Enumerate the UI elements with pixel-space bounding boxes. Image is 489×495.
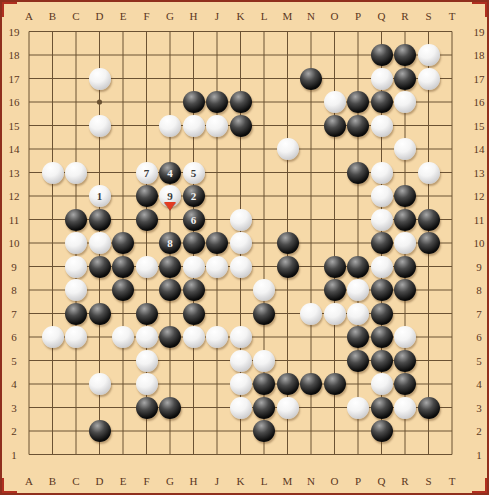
white-stone-H6 xyxy=(183,326,205,348)
column-label-top-P: P xyxy=(355,11,361,22)
white-stone-L8 xyxy=(253,279,275,301)
black-stone-E9 xyxy=(112,256,134,278)
white-stone-M14 xyxy=(277,138,299,160)
row-label-left-14: 14 xyxy=(9,144,20,155)
row-label-right-2: 2 xyxy=(476,426,482,437)
black-stone-K16 xyxy=(230,91,252,113)
black-stone-C7 xyxy=(65,303,87,325)
column-label-top-A: A xyxy=(25,11,33,22)
column-label-bottom-P: P xyxy=(355,476,361,487)
black-stone-S3 xyxy=(418,397,440,419)
column-label-top-T: T xyxy=(449,11,456,22)
column-label-bottom-Q: Q xyxy=(378,476,386,487)
white-stone-O16 xyxy=(324,91,346,113)
column-label-bottom-N: N xyxy=(307,476,315,487)
row-label-right-8: 8 xyxy=(476,285,482,296)
white-stone-K11 xyxy=(230,209,252,231)
column-label-top-F: F xyxy=(143,11,149,22)
white-stone-K9 xyxy=(230,256,252,278)
black-stone-J16 xyxy=(206,91,228,113)
white-stone-C9 xyxy=(65,256,87,278)
black-stone-L7 xyxy=(253,303,275,325)
row-label-left-15: 15 xyxy=(9,120,20,131)
black-stone-Q3 xyxy=(371,397,393,419)
white-stone-Q17 xyxy=(371,68,393,90)
black-stone-R12 xyxy=(394,185,416,207)
white-stone-S13 xyxy=(418,162,440,184)
column-label-top-H: H xyxy=(190,11,198,22)
white-stone-E6 xyxy=(112,326,134,348)
black-stone-F7 xyxy=(136,303,158,325)
column-label-top-M: M xyxy=(283,11,293,22)
move-number-8: 8 xyxy=(167,237,173,249)
move-number-5: 5 xyxy=(191,167,197,179)
black-stone-P13 xyxy=(347,162,369,184)
row-label-right-15: 15 xyxy=(474,120,485,131)
black-stone-G6 xyxy=(159,326,181,348)
black-stone-R8 xyxy=(394,279,416,301)
row-label-right-5: 5 xyxy=(476,355,482,366)
black-stone-Q5 xyxy=(371,350,393,372)
black-stone-F11 xyxy=(136,209,158,231)
row-label-right-4: 4 xyxy=(476,379,482,390)
column-label-top-K: K xyxy=(237,11,245,22)
column-label-top-B: B xyxy=(49,11,56,22)
black-stone-H16 xyxy=(183,91,205,113)
row-label-left-19: 19 xyxy=(9,26,20,37)
white-stone-B13 xyxy=(42,162,64,184)
last-move-marker-icon xyxy=(164,202,176,210)
black-stone-P5 xyxy=(347,350,369,372)
row-label-left-12: 12 xyxy=(9,191,20,202)
row-label-right-6: 6 xyxy=(476,332,482,343)
white-stone-O7 xyxy=(324,303,346,325)
white-stone-J9 xyxy=(206,256,228,278)
black-stone-J10 xyxy=(206,232,228,254)
black-stone-R9 xyxy=(394,256,416,278)
white-stone-Q11 xyxy=(371,209,393,231)
black-stone-D11 xyxy=(89,209,111,231)
black-stone-P15 xyxy=(347,115,369,137)
white-stone-B6 xyxy=(42,326,64,348)
black-stone-G9 xyxy=(159,256,181,278)
black-stone-H7 xyxy=(183,303,205,325)
white-stone-K10 xyxy=(230,232,252,254)
black-stone-Q10 xyxy=(371,232,393,254)
black-stone-P6 xyxy=(347,326,369,348)
row-label-right-3: 3 xyxy=(476,402,482,413)
black-stone-H12: 2 xyxy=(183,185,205,207)
black-stone-E8 xyxy=(112,279,134,301)
column-label-bottom-F: F xyxy=(143,476,149,487)
row-label-left-17: 17 xyxy=(9,73,20,84)
white-stone-Q4 xyxy=(371,373,393,395)
column-label-bottom-L: L xyxy=(261,476,268,487)
row-label-left-10: 10 xyxy=(9,238,20,249)
row-label-right-13: 13 xyxy=(474,167,485,178)
black-stone-G10: 8 xyxy=(159,232,181,254)
black-stone-Q16 xyxy=(371,91,393,113)
white-stone-D17 xyxy=(89,68,111,90)
row-label-right-1: 1 xyxy=(476,449,482,460)
black-stone-D7 xyxy=(89,303,111,325)
black-stone-H10 xyxy=(183,232,205,254)
white-stone-R6 xyxy=(394,326,416,348)
black-stone-L4 xyxy=(253,373,275,395)
white-stone-K5 xyxy=(230,350,252,372)
white-stone-J6 xyxy=(206,326,228,348)
column-label-top-Q: Q xyxy=(378,11,386,22)
white-stone-H9 xyxy=(183,256,205,278)
black-stone-D9 xyxy=(89,256,111,278)
white-stone-C8 xyxy=(65,279,87,301)
black-stone-O9 xyxy=(324,256,346,278)
row-label-right-17: 17 xyxy=(474,73,485,84)
column-label-bottom-T: T xyxy=(449,476,456,487)
white-stone-H15 xyxy=(183,115,205,137)
row-label-left-11: 11 xyxy=(9,214,20,225)
black-stone-M4 xyxy=(277,373,299,395)
column-label-top-S: S xyxy=(425,11,431,22)
column-label-top-G: G xyxy=(166,11,174,22)
white-stone-P7 xyxy=(347,303,369,325)
column-label-bottom-R: R xyxy=(401,476,408,487)
column-label-top-C: C xyxy=(72,11,79,22)
move-number-2: 2 xyxy=(191,190,197,202)
row-label-right-11: 11 xyxy=(474,214,485,225)
row-label-right-12: 12 xyxy=(474,191,485,202)
row-label-left-1: 1 xyxy=(11,449,17,460)
black-stone-L3 xyxy=(253,397,275,419)
black-stone-E10 xyxy=(112,232,134,254)
row-label-right-7: 7 xyxy=(476,308,482,319)
column-label-top-D: D xyxy=(96,11,104,22)
column-label-top-O: O xyxy=(331,11,339,22)
white-stone-M3 xyxy=(277,397,299,419)
move-number-7: 7 xyxy=(144,167,150,179)
row-label-right-9: 9 xyxy=(476,261,482,272)
column-label-bottom-K: K xyxy=(237,476,245,487)
white-stone-F6 xyxy=(136,326,158,348)
row-label-left-4: 4 xyxy=(11,379,17,390)
black-stone-L2 xyxy=(253,420,275,442)
white-stone-C10 xyxy=(65,232,87,254)
row-label-right-18: 18 xyxy=(474,50,485,61)
white-stone-K4 xyxy=(230,373,252,395)
black-stone-S10 xyxy=(418,232,440,254)
black-stone-Q2 xyxy=(371,420,393,442)
white-stone-G15 xyxy=(159,115,181,137)
row-label-left-8: 8 xyxy=(11,285,17,296)
row-label-left-6: 6 xyxy=(11,332,17,343)
row-label-left-13: 13 xyxy=(9,167,20,178)
move-number-9: 9 xyxy=(167,190,173,202)
black-stone-G13: 4 xyxy=(159,162,181,184)
column-label-bottom-S: S xyxy=(425,476,431,487)
column-label-bottom-D: D xyxy=(96,476,104,487)
black-stone-G8 xyxy=(159,279,181,301)
black-stone-M10 xyxy=(277,232,299,254)
hoshi-point xyxy=(97,99,102,104)
black-stone-Q6 xyxy=(371,326,393,348)
white-stone-R16 xyxy=(394,91,416,113)
row-label-left-9: 9 xyxy=(11,261,17,272)
black-stone-G3 xyxy=(159,397,181,419)
row-label-left-5: 5 xyxy=(11,355,17,366)
column-label-bottom-H: H xyxy=(190,476,198,487)
white-stone-P8 xyxy=(347,279,369,301)
row-label-left-7: 7 xyxy=(11,308,17,319)
white-stone-D4 xyxy=(89,373,111,395)
white-stone-R10 xyxy=(394,232,416,254)
white-stone-Q13 xyxy=(371,162,393,184)
white-stone-N7 xyxy=(300,303,322,325)
black-stone-R17 xyxy=(394,68,416,90)
black-stone-M9 xyxy=(277,256,299,278)
white-stone-H13: 5 xyxy=(183,162,205,184)
move-number-1: 1 xyxy=(97,190,103,202)
white-stone-S17 xyxy=(418,68,440,90)
column-label-top-R: R xyxy=(401,11,408,22)
black-stone-N4 xyxy=(300,373,322,395)
black-stone-N17 xyxy=(300,68,322,90)
black-stone-D2 xyxy=(89,420,111,442)
column-label-bottom-C: C xyxy=(72,476,79,487)
black-stone-H11: 6 xyxy=(183,209,205,231)
white-stone-P3 xyxy=(347,397,369,419)
white-stone-R3 xyxy=(394,397,416,419)
white-stone-F13: 7 xyxy=(136,162,158,184)
black-stone-O4 xyxy=(324,373,346,395)
black-stone-R11 xyxy=(394,209,416,231)
white-stone-F5 xyxy=(136,350,158,372)
black-stone-R5 xyxy=(394,350,416,372)
white-stone-Q15 xyxy=(371,115,393,137)
column-label-bottom-M: M xyxy=(283,476,293,487)
black-stone-F3 xyxy=(136,397,158,419)
black-stone-Q18 xyxy=(371,44,393,66)
row-label-right-14: 14 xyxy=(474,144,485,155)
white-stone-J15 xyxy=(206,115,228,137)
go-board-diagram: AABBCCDDEEFFGGHHJJKKLLMMNNOOPPQQRRSSTT19… xyxy=(0,0,489,495)
white-stone-D12: 1 xyxy=(89,185,111,207)
black-stone-R4 xyxy=(394,373,416,395)
column-label-top-E: E xyxy=(120,11,127,22)
black-stone-P16 xyxy=(347,91,369,113)
white-stone-C6 xyxy=(65,326,87,348)
column-label-bottom-E: E xyxy=(120,476,127,487)
column-label-bottom-B: B xyxy=(49,476,56,487)
white-stone-R14 xyxy=(394,138,416,160)
white-stone-K3 xyxy=(230,397,252,419)
row-label-right-16: 16 xyxy=(474,97,485,108)
white-stone-C13 xyxy=(65,162,87,184)
column-label-bottom-J: J xyxy=(215,476,219,487)
column-label-bottom-O: O xyxy=(331,476,339,487)
column-label-top-J: J xyxy=(215,11,219,22)
white-stone-S18 xyxy=(418,44,440,66)
black-stone-F12 xyxy=(136,185,158,207)
row-label-right-10: 10 xyxy=(474,238,485,249)
black-stone-O8 xyxy=(324,279,346,301)
black-stone-P9 xyxy=(347,256,369,278)
black-stone-C11 xyxy=(65,209,87,231)
black-stone-Q8 xyxy=(371,279,393,301)
white-stone-F4 xyxy=(136,373,158,395)
black-stone-K15 xyxy=(230,115,252,137)
white-stone-K6 xyxy=(230,326,252,348)
black-stone-H8 xyxy=(183,279,205,301)
move-number-6: 6 xyxy=(191,214,197,226)
move-number-4: 4 xyxy=(167,167,173,179)
black-stone-O15 xyxy=(324,115,346,137)
white-stone-D15 xyxy=(89,115,111,137)
column-label-top-L: L xyxy=(261,11,268,22)
white-stone-D10 xyxy=(89,232,111,254)
white-stone-F9 xyxy=(136,256,158,278)
white-stone-Q12 xyxy=(371,185,393,207)
white-stone-Q9 xyxy=(371,256,393,278)
black-stone-S11 xyxy=(418,209,440,231)
column-label-bottom-A: A xyxy=(25,476,33,487)
row-label-right-19: 19 xyxy=(474,26,485,37)
white-stone-L5 xyxy=(253,350,275,372)
column-label-top-N: N xyxy=(307,11,315,22)
row-label-left-2: 2 xyxy=(11,426,17,437)
row-label-left-16: 16 xyxy=(9,97,20,108)
column-label-bottom-G: G xyxy=(166,476,174,487)
black-stone-R18 xyxy=(394,44,416,66)
row-label-left-3: 3 xyxy=(11,402,17,413)
black-stone-Q7 xyxy=(371,303,393,325)
row-label-left-18: 18 xyxy=(9,50,20,61)
